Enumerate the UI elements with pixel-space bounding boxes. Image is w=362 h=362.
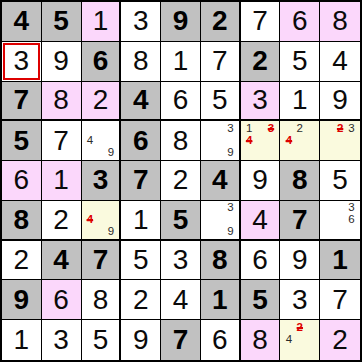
candidate-1: 1 (244, 122, 255, 134)
entered-digit: 8 (93, 286, 109, 314)
cell-r4c2[interactable]: 7 (42, 121, 82, 161)
cell-r8c4[interactable]: 2 (121, 280, 161, 320)
entered-digit: 2 (93, 86, 109, 114)
cell-r2c1[interactable]: 3 (2, 42, 42, 82)
entered-digit: 9 (252, 166, 268, 194)
cell-r7c4[interactable]: 5 (121, 241, 161, 281)
entered-digit: 4 (252, 206, 268, 234)
given-digit: 7 (292, 206, 308, 234)
entered-digit: 6 (292, 7, 308, 35)
candidate-9: 9 (225, 226, 236, 238)
cell-r2c3[interactable]: 6 (82, 42, 122, 82)
candidate-6: 6 (346, 214, 357, 226)
pencil-marks: 39 (201, 121, 239, 160)
eliminated-candidate-3: 3 (266, 122, 277, 134)
entered-digit: 5 (93, 326, 109, 354)
cell-r5c9[interactable]: 5 (320, 161, 360, 201)
entered-digit: 6 (14, 166, 30, 194)
entered-digit: 2 (173, 166, 189, 194)
entered-digit: 1 (292, 86, 308, 114)
cell-r7c8[interactable]: 9 (280, 241, 320, 281)
cell-r5c5[interactable]: 2 (161, 161, 201, 201)
cell-r2c7[interactable]: 2 (241, 42, 281, 82)
given-digit: 9 (173, 7, 189, 35)
entered-digit: 3 (14, 47, 30, 75)
entered-digit: 6 (212, 326, 228, 354)
given-digit: 5 (14, 127, 30, 155)
cell-r6c9[interactable]: 36 (320, 201, 360, 241)
cell-r3c9[interactable]: 9 (320, 82, 360, 122)
cell-r9c7[interactable]: 8 (241, 320, 281, 360)
cell-r1c8[interactable]: 6 (280, 2, 320, 42)
cell-r8c5[interactable]: 4 (161, 280, 201, 320)
candidate-9: 9 (106, 147, 117, 159)
cell-r9c4[interactable]: 9 (121, 320, 161, 360)
given-digit: 5 (53, 7, 69, 35)
entered-digit: 1 (173, 47, 189, 75)
entered-digit: 7 (212, 47, 228, 75)
given-digit: 1 (212, 286, 228, 314)
entered-digit: 7 (53, 127, 69, 155)
cell-r7c3[interactable]: 7 (82, 241, 122, 281)
entered-digit: 3 (173, 246, 189, 274)
cell-r7c1[interactable]: 2 (2, 241, 42, 281)
pencil-marks: 49 (82, 201, 120, 239)
entered-digit: 4 (173, 286, 189, 314)
given-digit: 7 (93, 246, 109, 274)
cell-r5c4[interactable]: 7 (121, 161, 161, 201)
entered-digit: 7 (252, 7, 268, 35)
given-digit: 1 (332, 246, 348, 274)
entered-digit: 7 (332, 286, 348, 314)
cell-r9c8[interactable]: 24 (280, 320, 320, 360)
eliminated-candidate-4: 4 (283, 135, 294, 147)
cell-r4c8[interactable]: 24 (280, 121, 320, 161)
cell-r4c7[interactable]: 134 (241, 121, 281, 161)
cell-r1c9[interactable]: 8 (320, 2, 360, 42)
cell-r8c2[interactable]: 6 (42, 280, 82, 320)
entered-digit: 9 (332, 86, 348, 114)
cell-r6c2[interactable]: 2 (42, 201, 82, 241)
candidate-4: 4 (283, 334, 294, 347)
cell-r9c2[interactable]: 3 (42, 320, 82, 360)
cell-r1c3[interactable]: 1 (82, 2, 122, 42)
cell-r1c2[interactable]: 5 (42, 2, 82, 42)
cell-r7c9[interactable]: 1 (320, 241, 360, 281)
entered-digit: 3 (252, 86, 268, 114)
entered-digit: 5 (292, 47, 308, 75)
entered-digit: 9 (133, 326, 149, 354)
cell-r9c3[interactable]: 5 (82, 320, 122, 360)
entered-digit: 4 (332, 47, 348, 75)
given-digit: 8 (14, 206, 30, 234)
cell-r8c9[interactable]: 7 (320, 280, 360, 320)
cell-r3c4[interactable]: 4 (121, 82, 161, 122)
cell-r7c7[interactable]: 6 (241, 241, 281, 281)
entered-digit: 2 (332, 326, 348, 354)
given-digit: 9 (14, 286, 30, 314)
entered-digit: 1 (133, 206, 149, 234)
cell-r6c5[interactable]: 5 (161, 201, 201, 241)
entered-digit: 8 (53, 86, 69, 114)
cell-r5c2[interactable]: 1 (42, 161, 82, 201)
given-digit: 6 (133, 127, 149, 155)
cell-r5c7[interactable]: 9 (241, 161, 281, 201)
given-digit: 4 (133, 86, 149, 114)
cell-r3c3[interactable]: 2 (82, 82, 122, 122)
entered-digit: 2 (133, 286, 149, 314)
cell-r8c8[interactable]: 3 (280, 280, 320, 320)
given-digit: 5 (252, 286, 268, 314)
entered-digit: 2 (53, 206, 69, 234)
cell-r8c1[interactable]: 9 (2, 280, 42, 320)
cell-r6c4[interactable]: 1 (121, 201, 161, 241)
cell-r3c8[interactable]: 1 (280, 82, 320, 122)
candidate-2: 2 (294, 122, 305, 134)
cell-r1c6[interactable]: 2 (201, 2, 241, 42)
cell-r3c7[interactable]: 3 (241, 82, 281, 122)
given-digit: 4 (212, 166, 228, 194)
cell-r6c7[interactable]: 4 (241, 201, 281, 241)
cell-r6c6[interactable]: 39 (201, 201, 241, 241)
pencil-marks: 39 (201, 201, 239, 239)
candidate-9: 9 (225, 147, 236, 159)
pencil-marks: 36 (320, 201, 360, 239)
cell-r3c5[interactable]: 6 (161, 82, 201, 122)
given-digit: 4 (14, 7, 30, 35)
candidate-3: 3 (225, 202, 236, 214)
given-digit: 2 (212, 7, 228, 35)
entered-digit: 9 (292, 246, 308, 274)
entered-digit: 3 (133, 7, 149, 35)
cell-r7c2[interactable]: 4 (42, 241, 82, 281)
cell-r7c5[interactable]: 3 (161, 241, 201, 281)
given-digit: 7 (173, 326, 189, 354)
cell-r5c8[interactable]: 8 (280, 161, 320, 201)
pencil-marks: 24 (280, 121, 319, 160)
cell-r3c1[interactable]: 7 (2, 82, 42, 122)
cell-r3c6[interactable]: 5 (201, 82, 241, 122)
cell-r4c5[interactable]: 8 (161, 121, 201, 161)
entered-digit: 1 (53, 166, 69, 194)
eliminated-candidate-4: 4 (85, 214, 96, 226)
cell-r5c3[interactable]: 3 (82, 161, 122, 201)
entered-digit: 3 (53, 326, 69, 354)
entered-digit: 8 (252, 326, 268, 354)
candidate-4: 4 (85, 135, 96, 147)
cell-r9c9[interactable]: 2 (320, 320, 360, 360)
entered-digit: 6 (252, 246, 268, 274)
given-digit: 5 (173, 206, 189, 234)
given-digit: 8 (212, 246, 228, 274)
cell-r4c1[interactable]: 5 (2, 121, 42, 161)
sudoku-board: 4513927683968172547824653195749683913424… (0, 0, 362, 362)
cell-r4c3[interactable]: 49 (82, 121, 122, 161)
cell-r9c5[interactable]: 7 (161, 320, 201, 360)
cell-r4c6[interactable]: 39 (201, 121, 241, 161)
cell-r1c5[interactable]: 9 (161, 2, 201, 42)
pencil-marks: 134 (241, 121, 280, 160)
given-digit: 7 (133, 166, 149, 194)
candidate-3: 3 (346, 202, 357, 214)
cell-r8c3[interactable]: 8 (82, 280, 122, 320)
cell-r2c9[interactable]: 4 (320, 42, 360, 82)
candidate-3: 3 (346, 122, 357, 134)
cell-r5c6[interactable]: 4 (201, 161, 241, 201)
pencil-marks: 23 (320, 121, 360, 160)
entered-digit: 6 (53, 286, 69, 314)
entered-digit: 2 (14, 246, 30, 274)
entered-digit: 3 (292, 286, 308, 314)
given-digit: 3 (93, 166, 109, 194)
eliminated-candidate-4: 4 (244, 135, 255, 147)
entered-digit: 8 (133, 47, 149, 75)
eliminated-candidate-2: 2 (294, 321, 305, 334)
entered-digit: 6 (173, 86, 189, 114)
given-digit: 4 (53, 246, 69, 274)
cell-r1c1[interactable]: 4 (2, 2, 42, 42)
pencil-marks: 24 (280, 320, 319, 360)
entered-digit: 9 (53, 47, 69, 75)
cell-r3c2[interactable]: 8 (42, 82, 82, 122)
cell-r4c9[interactable]: 23 (320, 121, 360, 161)
cell-r7c6[interactable]: 8 (201, 241, 241, 281)
entered-digit: 8 (173, 127, 189, 155)
cell-r4c4[interactable]: 6 (121, 121, 161, 161)
entered-digit: 5 (212, 86, 228, 114)
cell-r5c1[interactable]: 6 (2, 161, 42, 201)
entered-digit: 8 (332, 7, 348, 35)
cell-r2c5[interactable]: 1 (161, 42, 201, 82)
candidate-9: 9 (106, 226, 117, 238)
cell-r6c8[interactable]: 7 (280, 201, 320, 241)
entered-digit: 1 (93, 7, 109, 35)
cell-r1c4[interactable]: 3 (121, 2, 161, 42)
given-digit: 6 (93, 47, 109, 75)
given-digit: 7 (14, 86, 30, 114)
pencil-marks: 49 (82, 121, 120, 160)
cell-r6c1[interactable]: 8 (2, 201, 42, 241)
cell-r9c6[interactable]: 6 (201, 320, 241, 360)
given-digit: 2 (252, 47, 268, 75)
entered-digit: 5 (133, 246, 149, 274)
entered-digit: 1 (14, 326, 30, 354)
cell-r2c2[interactable]: 9 (42, 42, 82, 82)
given-digit: 8 (292, 166, 308, 194)
cell-r6c3[interactable]: 49 (82, 201, 122, 241)
candidate-3: 3 (225, 122, 236, 134)
cell-r1c7[interactable]: 7 (241, 2, 281, 42)
eliminated-candidate-2: 2 (334, 122, 345, 134)
cell-r2c4[interactable]: 8 (121, 42, 161, 82)
cell-r9c1[interactable]: 1 (2, 320, 42, 360)
entered-digit: 5 (332, 166, 348, 194)
cell-r8c7[interactable]: 5 (241, 280, 281, 320)
cell-r8c6[interactable]: 1 (201, 280, 241, 320)
cell-r2c8[interactable]: 5 (280, 42, 320, 82)
cell-r2c6[interactable]: 7 (201, 42, 241, 82)
